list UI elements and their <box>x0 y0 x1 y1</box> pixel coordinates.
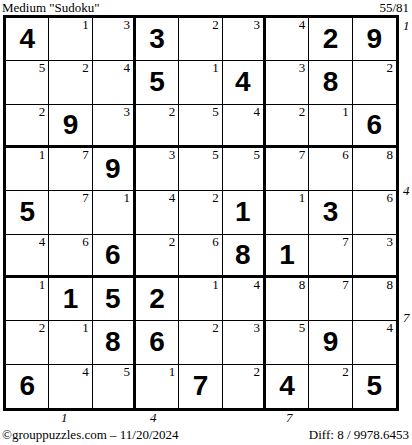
pencil-mark: 5 <box>299 321 306 335</box>
placed-digit: 3 <box>149 25 165 53</box>
cells-remaining-counter: 55/81 <box>379 0 409 16</box>
pencil-mark: 3 <box>299 61 306 75</box>
placed-digit: 9 <box>63 111 79 139</box>
cell-r1c4[interactable]: 3 <box>136 18 179 61</box>
pencil-mark: 7 <box>82 191 89 205</box>
pencil-mark: 4 <box>253 105 260 119</box>
pencil-mark: 2 <box>212 18 219 32</box>
cell-r7c6[interactable]: 4 <box>223 278 266 321</box>
pencil-mark: 2 <box>342 365 349 379</box>
row-label-4: 4 <box>403 183 410 199</box>
placed-digit: 4 <box>279 372 295 400</box>
pencil-mark: 6 <box>212 235 219 249</box>
cell-r8c4[interactable]: 6 <box>136 321 179 364</box>
placed-digit: 9 <box>323 328 339 356</box>
cell-r5c2[interactable]: 7 <box>49 191 92 234</box>
pencil-mark: 1 <box>82 18 89 32</box>
cell-r7c4[interactable]: 2 <box>136 278 179 321</box>
pencil-mark: 1 <box>212 278 219 292</box>
cell-r4c9[interactable]: 8 <box>353 148 396 191</box>
cell-r1c1[interactable]: 4 <box>6 18 49 61</box>
placed-digit: 1 <box>235 198 251 226</box>
cell-r9c5[interactable]: 7 <box>179 365 222 408</box>
cell-r8c3[interactable]: 8 <box>93 321 136 364</box>
cell-r2c2[interactable]: 2 <box>49 61 92 104</box>
pencil-mark: 2 <box>82 61 89 75</box>
cell-r3c7[interactable]: 2 <box>266 105 309 148</box>
pencil-mark: 3 <box>123 105 130 119</box>
cell-r6c4[interactable]: 2 <box>136 235 179 278</box>
cell-r2c4[interactable]: 5 <box>136 61 179 104</box>
pencil-mark: 1 <box>169 365 176 379</box>
cell-r8c9[interactable]: 4 <box>353 321 396 364</box>
cell-r2c3[interactable]: 4 <box>93 61 136 104</box>
cell-r3c6[interactable]: 4 <box>223 105 266 148</box>
cell-r5c8[interactable]: 3 <box>309 191 352 234</box>
cell-r5c1[interactable]: 5 <box>6 191 49 234</box>
cell-r4c3[interactable]: 9 <box>93 148 136 191</box>
pencil-mark: 2 <box>212 321 219 335</box>
pencil-mark: 3 <box>169 148 176 162</box>
cell-r6c5[interactable]: 6 <box>179 235 222 278</box>
pencil-mark: 8 <box>386 278 393 292</box>
cell-r4c5[interactable]: 5 <box>179 148 222 191</box>
cell-r6c2[interactable]: 6 <box>49 235 92 278</box>
cell-r7c8[interactable]: 7 <box>309 278 352 321</box>
placed-digit: 6 <box>105 241 121 269</box>
placed-digit: 1 <box>279 241 295 269</box>
cell-r5c5[interactable]: 2 <box>179 191 222 234</box>
cell-r8c1[interactable]: 2 <box>6 321 49 364</box>
pencil-mark: 1 <box>82 321 89 335</box>
cell-r9c2[interactable]: 4 <box>49 365 92 408</box>
cell-r9c8[interactable]: 2 <box>309 365 352 408</box>
cell-r2c5[interactable]: 1 <box>179 61 222 104</box>
cell-r2c9[interactable]: 2 <box>353 61 396 104</box>
cell-r9c6[interactable]: 2 <box>223 365 266 408</box>
cell-r9c4[interactable]: 1 <box>136 365 179 408</box>
pencil-mark: 6 <box>342 148 349 162</box>
pencil-mark: 5 <box>212 148 219 162</box>
cell-r1c2[interactable]: 1 <box>49 18 92 61</box>
pencil-mark: 5 <box>39 61 46 75</box>
placed-digit: 7 <box>193 372 209 400</box>
cell-r1c7[interactable]: 4 <box>266 18 309 61</box>
pencil-mark: 4 <box>123 61 130 75</box>
cell-r7c5[interactable]: 1 <box>179 278 222 321</box>
cell-r5c7[interactable]: 1 <box>266 191 309 234</box>
pencil-mark: 7 <box>299 148 306 162</box>
cell-r3c3[interactable]: 3 <box>93 105 136 148</box>
placed-digit: 8 <box>105 328 121 356</box>
pencil-mark: 4 <box>253 278 260 292</box>
placed-digit: 6 <box>367 111 383 139</box>
cell-r1c8[interactable]: 2 <box>309 18 352 61</box>
cell-r6c6[interactable]: 8 <box>223 235 266 278</box>
pencil-mark: 2 <box>253 365 260 379</box>
placed-digit: 2 <box>323 25 339 53</box>
pencil-mark: 4 <box>169 191 176 205</box>
cell-r3c2[interactable]: 9 <box>49 105 92 148</box>
cell-r9c9[interactable]: 5 <box>353 365 396 408</box>
cell-r7c1[interactable]: 1 <box>6 278 49 321</box>
placed-digit: 5 <box>367 372 383 400</box>
col-label-7: 7 <box>286 410 293 426</box>
cell-r1c3[interactable]: 3 <box>93 18 136 61</box>
pencil-mark: 3 <box>253 18 260 32</box>
difficulty-stat: Diff: 8 / 9978.6453 <box>309 427 409 443</box>
pencil-mark: 4 <box>82 365 89 379</box>
placed-digit: 5 <box>105 285 121 313</box>
pencil-mark: 8 <box>299 278 306 292</box>
placed-digit: 5 <box>19 198 35 226</box>
pencil-mark: 2 <box>169 105 176 119</box>
pencil-mark: 4 <box>299 18 306 32</box>
cell-r9c1[interactable]: 6 <box>6 365 49 408</box>
cell-r5c6[interactable]: 1 <box>223 191 266 234</box>
cell-r4c4[interactable]: 3 <box>136 148 179 191</box>
pencil-mark: 7 <box>82 148 89 162</box>
pencil-mark: 1 <box>39 148 46 162</box>
pencil-mark: 7 <box>342 278 349 292</box>
cell-r6c1[interactable]: 4 <box>6 235 49 278</box>
placed-digit: 4 <box>19 25 35 53</box>
cell-r4c6[interactable]: 5 <box>223 148 266 191</box>
pencil-mark: 6 <box>386 191 393 205</box>
placed-digit: 2 <box>149 285 165 313</box>
pencil-mark: 2 <box>39 321 46 335</box>
pencil-mark: 2 <box>169 235 176 249</box>
pencil-mark: 3 <box>123 18 130 32</box>
pencil-mark: 4 <box>39 235 46 249</box>
placed-digit: 1 <box>63 285 79 313</box>
cell-r8c7[interactable]: 5 <box>266 321 309 364</box>
cell-r8c5[interactable]: 2 <box>179 321 222 364</box>
pencil-mark: 7 <box>342 235 349 249</box>
col-label-4: 4 <box>150 410 157 426</box>
cell-r2c7[interactable]: 3 <box>266 61 309 104</box>
pencil-mark: 1 <box>212 61 219 75</box>
cell-r2c6[interactable]: 4 <box>223 61 266 104</box>
cell-r4c2[interactable]: 7 <box>49 148 92 191</box>
cell-r2c1[interactable]: 5 <box>6 61 49 104</box>
placed-digit: 8 <box>235 241 251 269</box>
pencil-mark: 4 <box>386 321 393 335</box>
row-label-7: 7 <box>403 310 410 326</box>
sudoku-board: 4133234295245143822932542161793557685714… <box>3 15 399 411</box>
placed-digit: 9 <box>367 25 383 53</box>
cell-r4c1[interactable]: 1 <box>6 148 49 191</box>
cell-r8c6[interactable]: 3 <box>223 321 266 364</box>
col-label-1: 1 <box>61 410 68 426</box>
cell-r4c8[interactable]: 6 <box>309 148 352 191</box>
cell-r7c2[interactable]: 1 <box>49 278 92 321</box>
cell-r9c7[interactable]: 4 <box>266 365 309 408</box>
cell-r8c2[interactable]: 1 <box>49 321 92 364</box>
copyright-date: ©grouppuzzles.com – 11/20/2024 <box>2 427 179 443</box>
cell-r6c3[interactable]: 6 <box>93 235 136 278</box>
page-title: Medium "Sudoku" <box>2 0 100 16</box>
cell-r3c8[interactable]: 1 <box>309 105 352 148</box>
pencil-mark: 2 <box>212 191 219 205</box>
pencil-mark: 5 <box>123 365 130 379</box>
row-label-1: 1 <box>403 18 410 34</box>
cell-r7c9[interactable]: 8 <box>353 278 396 321</box>
pencil-mark: 1 <box>39 278 46 292</box>
placed-digit: 6 <box>19 372 35 400</box>
cell-r7c3[interactable]: 5 <box>93 278 136 321</box>
pencil-mark: 1 <box>342 105 349 119</box>
pencil-mark: 6 <box>82 235 89 249</box>
cell-r2c8[interactable]: 8 <box>309 61 352 104</box>
pencil-mark: 1 <box>123 191 130 205</box>
cell-r9c3[interactable]: 5 <box>93 365 136 408</box>
cell-r7c7[interactable]: 8 <box>266 278 309 321</box>
cell-r3c5[interactable]: 5 <box>179 105 222 148</box>
cell-r5c3[interactable]: 1 <box>93 191 136 234</box>
pencil-mark: 3 <box>386 235 393 249</box>
pencil-mark: 5 <box>212 105 219 119</box>
cell-r6c9[interactable]: 3 <box>353 235 396 278</box>
cell-r6c8[interactable]: 7 <box>309 235 352 278</box>
cell-r6c7[interactable]: 1 <box>266 235 309 278</box>
cell-r3c1[interactable]: 2 <box>6 105 49 148</box>
cell-r8c8[interactable]: 9 <box>309 321 352 364</box>
placed-digit: 6 <box>149 328 165 356</box>
pencil-mark: 3 <box>253 321 260 335</box>
placed-digit: 4 <box>235 68 251 96</box>
cell-r3c9[interactable]: 6 <box>353 105 396 148</box>
cell-r5c4[interactable]: 4 <box>136 191 179 234</box>
cell-r5c9[interactable]: 6 <box>353 191 396 234</box>
pencil-mark: 2 <box>39 105 46 119</box>
pencil-mark: 2 <box>299 105 306 119</box>
placed-digit: 8 <box>323 68 339 96</box>
cell-r4c7[interactable]: 7 <box>266 148 309 191</box>
pencil-mark: 5 <box>253 148 260 162</box>
placed-digit: 9 <box>105 155 121 183</box>
pencil-mark: 8 <box>386 148 393 162</box>
pencil-mark: 1 <box>299 191 306 205</box>
cell-r3c4[interactable]: 2 <box>136 105 179 148</box>
cell-r1c5[interactable]: 2 <box>179 18 222 61</box>
placed-digit: 5 <box>149 68 165 96</box>
pencil-mark: 2 <box>386 61 393 75</box>
cell-r1c6[interactable]: 3 <box>223 18 266 61</box>
cell-r1c9[interactable]: 9 <box>353 18 396 61</box>
placed-digit: 3 <box>323 198 339 226</box>
